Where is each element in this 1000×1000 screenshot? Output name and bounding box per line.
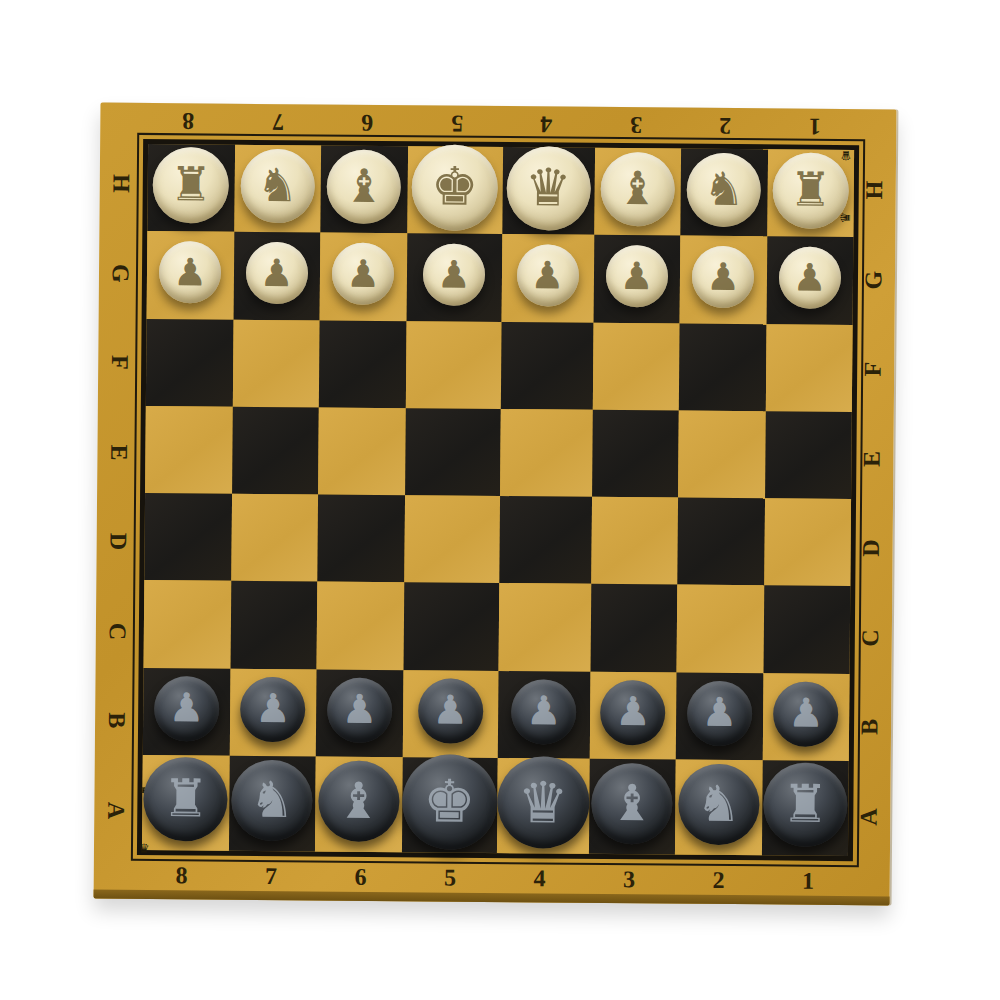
rank-label-bottom-1: 1 xyxy=(763,864,853,897)
square-h4[interactable]: ♛ xyxy=(502,147,595,235)
square-g6[interactable]: ♟ xyxy=(320,233,407,321)
square-f3[interactable] xyxy=(592,322,679,410)
square-h2[interactable]: ♞ xyxy=(680,149,767,237)
square-f2[interactable] xyxy=(679,323,766,411)
square-b7[interactable]: ♟ xyxy=(229,668,316,756)
black-queen[interactable]: ♛ xyxy=(496,757,589,850)
white-rook[interactable]: ♜ xyxy=(153,147,230,224)
square-b3[interactable]: ♟ xyxy=(589,672,676,760)
square-h3[interactable]: ♝ xyxy=(594,148,681,236)
square-c1[interactable] xyxy=(763,586,850,674)
square-f8[interactable] xyxy=(146,319,233,407)
black-pawn[interactable]: ♟ xyxy=(773,681,839,747)
rank-label-bottom-2: 2 xyxy=(674,864,764,897)
product-photo-stage: 87654321 87654321 HGFEDCBA HGFEDCBA ♜♞♝♚… xyxy=(0,0,1000,1000)
black-rook[interactable]: ♜ xyxy=(143,757,228,842)
square-a5[interactable]: ♚ xyxy=(401,757,497,853)
square-c7[interactable] xyxy=(230,581,317,669)
square-g1[interactable]: ♟ xyxy=(766,237,853,325)
black-knight[interactable]: ♞ xyxy=(678,764,760,846)
square-a8[interactable]: ♜ xyxy=(142,755,229,851)
corner-ornament-icon: ♛ xyxy=(840,149,852,162)
rank-label-top-5: 5 xyxy=(412,107,502,140)
white-pawn[interactable]: ♟ xyxy=(332,242,395,305)
square-d3[interactable] xyxy=(591,497,678,585)
rank-label-top-7: 7 xyxy=(233,106,323,139)
square-f5[interactable] xyxy=(405,321,501,409)
square-a3[interactable]: ♝ xyxy=(588,759,675,855)
rank-label-top-4: 4 xyxy=(501,108,591,141)
square-f4[interactable] xyxy=(500,322,593,410)
square-e1[interactable] xyxy=(765,411,852,499)
black-pawn[interactable]: ♟ xyxy=(511,679,577,745)
square-a2[interactable]: ♞ xyxy=(675,760,762,856)
black-pawn[interactable]: ♟ xyxy=(327,677,393,743)
board-bottom-edge xyxy=(94,890,890,906)
square-g4[interactable]: ♟ xyxy=(501,234,594,322)
square-c2[interactable] xyxy=(677,585,764,673)
white-queen[interactable]: ♛ xyxy=(506,146,591,231)
square-b4[interactable]: ♟ xyxy=(497,671,590,759)
rank-label-top-6: 6 xyxy=(322,106,412,139)
square-c8[interactable] xyxy=(144,580,231,668)
black-pawn[interactable]: ♟ xyxy=(687,681,753,747)
square-f7[interactable] xyxy=(232,319,319,407)
black-rook[interactable]: ♜ xyxy=(763,763,848,848)
black-bishop[interactable]: ♝ xyxy=(591,763,673,845)
rank-label-top-1: 1 xyxy=(770,110,860,143)
black-knight[interactable]: ♞ xyxy=(231,760,313,842)
square-a4[interactable]: ♛ xyxy=(496,758,589,854)
square-d1[interactable] xyxy=(764,498,851,586)
black-pawn[interactable]: ♟ xyxy=(417,678,483,744)
square-e5[interactable] xyxy=(405,408,501,496)
board-grid: ♜♞♝♚♛♝♞♜♟♟♟♟♟♟♟♟♟♟♟♟♟♟♟♟♜♞♝♚♛♝♞♜ xyxy=(137,139,859,861)
white-knight[interactable]: ♞ xyxy=(687,152,762,227)
rank-label-top-8: 8 xyxy=(143,105,233,138)
corner-ornament-icon: ♛ xyxy=(138,842,150,855)
rank-label-bottom-6: 6 xyxy=(316,860,406,893)
square-e3[interactable] xyxy=(592,410,679,498)
square-f6[interactable] xyxy=(319,320,406,408)
square-b1[interactable]: ♟ xyxy=(762,673,849,761)
rank-label-bottom-4: 4 xyxy=(495,862,585,895)
white-knight[interactable]: ♞ xyxy=(240,148,315,223)
square-a7[interactable]: ♞ xyxy=(228,756,315,852)
square-e7[interactable] xyxy=(232,407,319,495)
white-pawn[interactable]: ♟ xyxy=(245,242,308,305)
square-f1[interactable] xyxy=(765,324,852,412)
rank-label-top-3: 3 xyxy=(591,109,681,142)
white-pawn[interactable]: ♟ xyxy=(159,241,222,304)
white-pawn[interactable]: ♟ xyxy=(516,244,579,307)
square-b8[interactable]: ♟ xyxy=(143,668,230,756)
square-h8[interactable]: ♜ xyxy=(147,144,234,232)
corner-ornament-icon: ♛ xyxy=(839,212,852,224)
white-pawn[interactable]: ♟ xyxy=(605,245,668,308)
square-a6[interactable]: ♝ xyxy=(315,756,402,852)
square-c4[interactable] xyxy=(498,583,591,671)
square-g3[interactable]: ♟ xyxy=(593,235,680,323)
square-g5[interactable]: ♟ xyxy=(406,234,502,322)
white-bishop[interactable]: ♝ xyxy=(600,152,675,227)
square-e6[interactable] xyxy=(318,407,405,495)
square-d8[interactable] xyxy=(144,493,231,581)
square-d2[interactable] xyxy=(677,498,764,586)
square-h5[interactable]: ♚ xyxy=(407,146,503,234)
black-pawn[interactable]: ♟ xyxy=(240,677,306,743)
white-bishop[interactable]: ♝ xyxy=(327,149,402,224)
white-pawn[interactable]: ♟ xyxy=(692,246,755,309)
square-g8[interactable]: ♟ xyxy=(147,231,234,319)
square-c6[interactable] xyxy=(317,582,404,670)
white-pawn[interactable]: ♟ xyxy=(423,243,486,306)
rank-label-bottom-3: 3 xyxy=(584,863,674,896)
square-d7[interactable] xyxy=(231,494,318,582)
black-king[interactable]: ♚ xyxy=(401,754,497,850)
square-b6[interactable]: ♟ xyxy=(316,669,403,757)
rank-label-bottom-8: 8 xyxy=(137,859,227,892)
square-g2[interactable]: ♟ xyxy=(680,236,767,324)
black-bishop[interactable]: ♝ xyxy=(318,760,400,842)
white-pawn[interactable]: ♟ xyxy=(778,246,841,309)
square-c5[interactable] xyxy=(403,583,499,671)
black-pawn[interactable]: ♟ xyxy=(600,680,666,746)
square-d5[interactable] xyxy=(404,495,500,583)
square-e2[interactable] xyxy=(678,410,765,498)
square-h7[interactable]: ♞ xyxy=(234,145,321,233)
square-e8[interactable] xyxy=(145,406,232,494)
square-h6[interactable]: ♝ xyxy=(320,145,407,233)
square-c3[interactable] xyxy=(590,584,677,672)
white-king[interactable]: ♚ xyxy=(411,144,498,231)
rank-label-bottom-7: 7 xyxy=(226,860,316,893)
chess-board: 87654321 87654321 HGFEDCBA HGFEDCBA ♜♞♝♚… xyxy=(94,103,897,906)
white-rook[interactable]: ♜ xyxy=(772,152,849,229)
square-d4[interactable] xyxy=(499,496,592,584)
square-a1[interactable]: ♜ xyxy=(761,760,848,856)
black-pawn[interactable]: ♟ xyxy=(154,676,220,742)
rank-labels-top: 87654321 xyxy=(143,105,859,143)
square-b2[interactable]: ♟ xyxy=(676,672,763,760)
rank-label-top-2: 2 xyxy=(680,110,770,143)
square-d6[interactable] xyxy=(317,495,404,583)
square-g7[interactable]: ♟ xyxy=(233,232,320,320)
rank-label-bottom-5: 5 xyxy=(405,861,495,894)
square-b5[interactable]: ♟ xyxy=(402,670,498,758)
square-e4[interactable] xyxy=(500,409,593,497)
file-labels-left: HGFEDCBA xyxy=(98,139,138,855)
